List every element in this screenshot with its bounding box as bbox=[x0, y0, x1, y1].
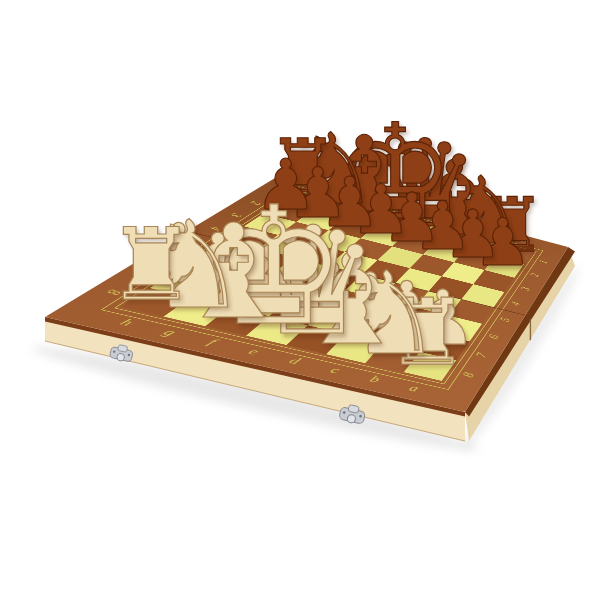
pieces-layer: ♜♞♝♛♚♝♞♜♟♟♟♟♟♟♟♟♟♟♟♟♟♟♟♟♜♞♝♛♚♝♞♜ bbox=[0, 0, 600, 600]
piece-light-rook-h8[interactable]: ♜ bbox=[107, 215, 196, 314]
product-photo: hhggffeeddccbbaa1122334455667788 ♜♞♝♛♚♝♞… bbox=[0, 0, 600, 600]
